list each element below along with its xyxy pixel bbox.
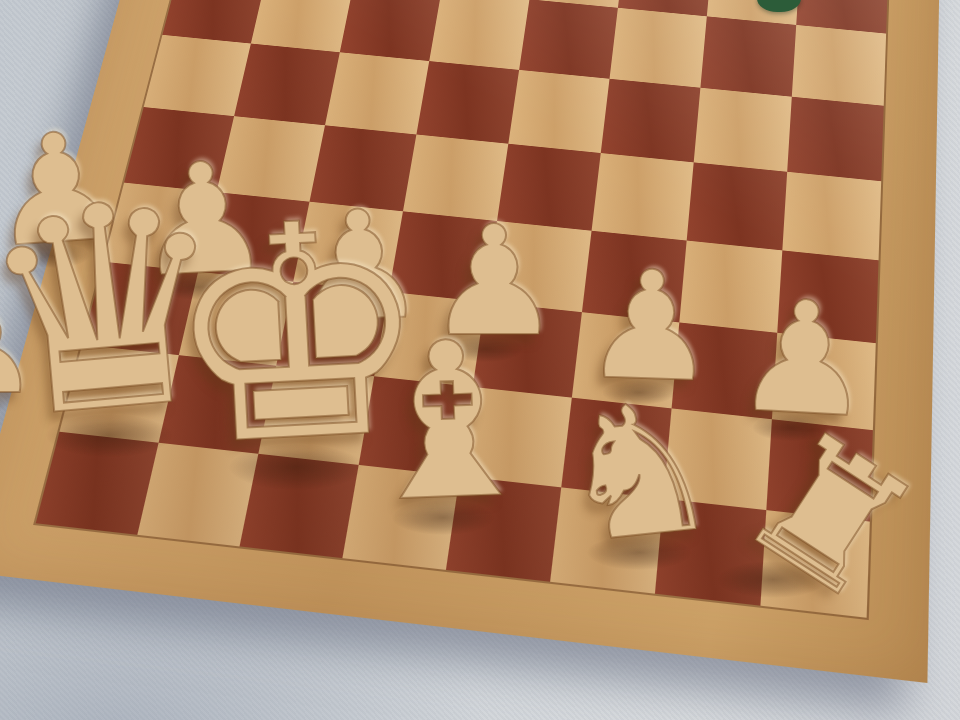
- square-d6[interactable]: [416, 61, 519, 144]
- square-f6[interactable]: [601, 79, 701, 163]
- square-f7[interactable]: [610, 8, 707, 88]
- square-b6[interactable]: [234, 44, 340, 126]
- square-d7[interactable]: [429, 0, 529, 70]
- piece-white-bishop[interactable]: ♝: [348, 310, 548, 532]
- square-e6[interactable]: [508, 70, 609, 153]
- square-h6[interactable]: [787, 97, 884, 182]
- square-a6[interactable]: [144, 35, 251, 116]
- square-h7[interactable]: [792, 25, 886, 106]
- square-c7[interactable]: [340, 0, 442, 61]
- square-g5[interactable]: [687, 162, 788, 250]
- square-c6[interactable]: [325, 52, 429, 134]
- square-g6[interactable]: [694, 88, 792, 172]
- square-f5[interactable]: [592, 153, 694, 241]
- square-h5[interactable]: [782, 172, 881, 261]
- square-g7[interactable]: [700, 16, 796, 96]
- chessboard-photo-scene: ♟♟♛♚♟♟♝♟♟♞♜♟: [0, 0, 960, 720]
- piece-white-knight[interactable]: ♞: [549, 375, 728, 571]
- square-e7[interactable]: [519, 0, 618, 79]
